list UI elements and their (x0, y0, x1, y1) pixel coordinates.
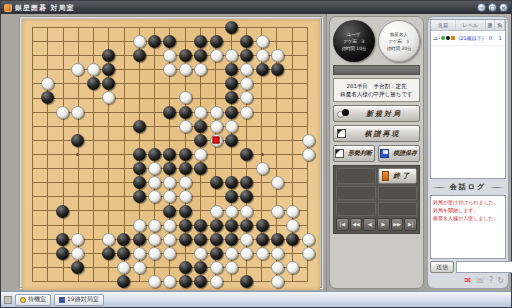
board-point[interactable] (85, 190, 100, 204)
board-point[interactable] (85, 261, 100, 275)
board-point[interactable] (39, 119, 54, 133)
board-point[interactable] (239, 48, 254, 62)
board-point[interactable] (55, 48, 70, 62)
board-point[interactable] (270, 62, 285, 76)
board-point[interactable] (193, 34, 208, 48)
board-point[interactable] (116, 162, 131, 176)
board-point[interactable] (270, 232, 285, 246)
board-point[interactable] (239, 91, 254, 105)
board-point[interactable] (116, 20, 131, 34)
board-point[interactable] (24, 176, 39, 190)
board-point[interactable] (116, 247, 131, 261)
board-point[interactable] (85, 77, 100, 91)
board-point[interactable] (208, 218, 223, 232)
board-point[interactable] (270, 176, 285, 190)
board-point[interactable] (85, 232, 100, 246)
board-point[interactable] (55, 176, 70, 190)
board-point[interactable] (132, 133, 147, 147)
board-point[interactable] (162, 20, 177, 34)
board-point[interactable] (132, 275, 147, 289)
board-point[interactable] (255, 190, 270, 204)
board-point[interactable] (193, 176, 208, 190)
board-point[interactable] (70, 162, 85, 176)
board-point[interactable] (132, 204, 147, 218)
board-point[interactable] (193, 275, 208, 289)
board-point[interactable] (208, 20, 223, 34)
board-point[interactable] (270, 190, 285, 204)
board-point[interactable] (24, 133, 39, 147)
board-point[interactable] (24, 48, 39, 62)
tab-game-room[interactable]: C 19路対局室 (54, 294, 104, 306)
board-point[interactable] (193, 119, 208, 133)
board-point[interactable] (39, 91, 54, 105)
board-point[interactable] (255, 48, 270, 62)
board-point[interactable] (255, 20, 270, 34)
board-point[interactable] (224, 20, 239, 34)
board-point[interactable] (162, 48, 177, 62)
help-icon[interactable]: ? (489, 276, 493, 285)
board-point[interactable] (55, 105, 70, 119)
board-point[interactable] (255, 133, 270, 147)
board-point[interactable] (55, 77, 70, 91)
board-point[interactable] (39, 204, 54, 218)
board-point[interactable] (270, 20, 285, 34)
replay-button[interactable]: 棋譜再現 (333, 125, 420, 142)
board-point[interactable] (132, 77, 147, 91)
board-point[interactable] (116, 275, 131, 289)
board-point[interactable] (255, 105, 270, 119)
board-point[interactable] (301, 190, 316, 204)
board-point[interactable] (178, 133, 193, 147)
board-point[interactable] (239, 119, 254, 133)
board-point[interactable] (24, 218, 39, 232)
board-point[interactable] (39, 20, 54, 34)
board-point[interactable] (147, 105, 162, 119)
board-point[interactable] (224, 247, 239, 261)
board-point[interactable] (178, 247, 193, 261)
board-point[interactable] (132, 105, 147, 119)
board-point[interactable] (55, 232, 70, 246)
board-point[interactable] (132, 20, 147, 34)
board-point[interactable] (162, 190, 177, 204)
board-point[interactable] (101, 91, 116, 105)
board-point[interactable] (301, 119, 316, 133)
board-point[interactable] (224, 204, 239, 218)
board-point[interactable] (39, 48, 54, 62)
board-point[interactable] (224, 218, 239, 232)
board-point[interactable] (147, 20, 162, 34)
board-point[interactable] (193, 77, 208, 91)
board-point[interactable] (255, 91, 270, 105)
board-point[interactable] (239, 232, 254, 246)
board-point[interactable] (39, 133, 54, 147)
board-point[interactable] (147, 190, 162, 204)
board-point[interactable] (255, 62, 270, 76)
board-point[interactable] (70, 176, 85, 190)
board-point[interactable] (239, 190, 254, 204)
board-point[interactable] (116, 204, 131, 218)
board-point[interactable] (85, 91, 100, 105)
board-point[interactable] (301, 147, 316, 161)
board-point[interactable] (70, 20, 85, 34)
board-point[interactable] (55, 34, 70, 48)
board-point[interactable] (193, 20, 208, 34)
board-point[interactable] (39, 247, 54, 261)
board-point[interactable] (178, 48, 193, 62)
judge-button[interactable]: 形勢判断 (333, 145, 375, 162)
board-point[interactable] (85, 275, 100, 289)
board-point[interactable] (224, 190, 239, 204)
board-point[interactable] (116, 190, 131, 204)
board-point[interactable] (147, 62, 162, 76)
board-point[interactable] (255, 204, 270, 218)
board-point[interactable] (301, 20, 316, 34)
nav-arrow-button-2[interactable]: ◀ (363, 218, 376, 231)
board-point[interactable] (55, 190, 70, 204)
nav-arrow-button-5[interactable]: ▶| (404, 218, 417, 231)
board-point[interactable] (224, 77, 239, 91)
board-point[interactable] (270, 261, 285, 275)
board-point[interactable] (85, 147, 100, 161)
board-point[interactable] (208, 77, 223, 91)
roster-row[interactable]: ユーザ (21級以下) 0 1 (431, 31, 505, 46)
board-point[interactable] (178, 20, 193, 34)
board-point[interactable] (255, 261, 270, 275)
board-point[interactable] (70, 204, 85, 218)
board-point[interactable] (132, 48, 147, 62)
board-point[interactable] (178, 275, 193, 289)
board-point[interactable] (147, 247, 162, 261)
board-point[interactable] (85, 218, 100, 232)
board-point[interactable] (285, 218, 300, 232)
board-point[interactable] (193, 190, 208, 204)
board-point[interactable] (255, 162, 270, 176)
minimize-button[interactable]: ─ (477, 3, 486, 12)
board-point[interactable] (55, 218, 70, 232)
board-point[interactable] (162, 261, 177, 275)
board-point[interactable] (162, 147, 177, 161)
board-point[interactable] (55, 147, 70, 161)
board-point[interactable] (162, 105, 177, 119)
board-point[interactable] (178, 176, 193, 190)
board-point[interactable] (39, 275, 54, 289)
board-point[interactable] (39, 77, 54, 91)
board-point[interactable] (208, 105, 223, 119)
board-point[interactable] (85, 162, 100, 176)
board-point[interactable] (162, 247, 177, 261)
board-point[interactable] (101, 275, 116, 289)
board-point[interactable] (285, 62, 300, 76)
board-point[interactable] (55, 91, 70, 105)
board-point[interactable] (285, 119, 300, 133)
board-point[interactable] (301, 105, 316, 119)
board-point[interactable] (132, 162, 147, 176)
board-point[interactable] (24, 147, 39, 161)
board-point[interactable] (301, 247, 316, 261)
new-game-button[interactable]: 新規対局 (333, 105, 420, 122)
board-point[interactable] (208, 275, 223, 289)
board-point[interactable] (101, 34, 116, 48)
board-point[interactable] (255, 147, 270, 161)
board-point[interactable] (147, 261, 162, 275)
board-point[interactable] (147, 204, 162, 218)
board-point[interactable] (147, 147, 162, 161)
board-point[interactable] (208, 247, 223, 261)
nav-arrow-button-0[interactable]: |◀ (336, 218, 349, 231)
board-point[interactable] (39, 34, 54, 48)
board-point[interactable] (301, 62, 316, 76)
board-point[interactable] (132, 34, 147, 48)
board-point[interactable] (24, 62, 39, 76)
board-point[interactable] (147, 133, 162, 147)
board-point[interactable] (178, 204, 193, 218)
board-point[interactable] (24, 20, 39, 34)
board-point[interactable] (85, 20, 100, 34)
board-point[interactable] (24, 232, 39, 246)
board-point[interactable] (301, 77, 316, 91)
board-point[interactable] (224, 147, 239, 161)
board-point[interactable] (224, 275, 239, 289)
board-point[interactable] (270, 105, 285, 119)
board-point[interactable] (132, 147, 147, 161)
board-point[interactable] (70, 105, 85, 119)
board-point[interactable] (255, 119, 270, 133)
board-point[interactable] (39, 62, 54, 76)
board-point[interactable] (301, 204, 316, 218)
board-point[interactable] (132, 62, 147, 76)
board-point[interactable] (147, 48, 162, 62)
board-point[interactable] (55, 62, 70, 76)
board-point[interactable] (85, 176, 100, 190)
board-point[interactable] (132, 247, 147, 261)
board-point[interactable] (162, 218, 177, 232)
board-point[interactable] (147, 176, 162, 190)
board-point[interactable] (162, 119, 177, 133)
board-point[interactable] (162, 162, 177, 176)
board-point[interactable] (224, 48, 239, 62)
board-point[interactable] (255, 176, 270, 190)
board-point[interactable] (116, 261, 131, 275)
board-point[interactable] (39, 162, 54, 176)
board-point[interactable] (239, 162, 254, 176)
board-point[interactable] (101, 119, 116, 133)
board-point[interactable] (239, 204, 254, 218)
board-point[interactable] (239, 20, 254, 34)
board-point[interactable] (147, 218, 162, 232)
board-point[interactable] (101, 20, 116, 34)
board-point[interactable] (116, 147, 131, 161)
board-point[interactable] (24, 162, 39, 176)
board-point[interactable] (39, 176, 54, 190)
board-point[interactable] (147, 232, 162, 246)
board-point[interactable] (208, 232, 223, 246)
board-point[interactable] (301, 176, 316, 190)
board-point[interactable] (132, 176, 147, 190)
board-point[interactable] (24, 119, 39, 133)
board-point[interactable] (116, 119, 131, 133)
board-point[interactable] (270, 77, 285, 91)
board-point[interactable] (162, 62, 177, 76)
board-point[interactable] (132, 232, 147, 246)
board-point[interactable] (70, 275, 85, 289)
board-point[interactable] (101, 232, 116, 246)
board-point[interactable] (70, 247, 85, 261)
board-point[interactable] (116, 218, 131, 232)
board-point[interactable] (239, 247, 254, 261)
board-point[interactable] (301, 162, 316, 176)
board-point[interactable] (239, 218, 254, 232)
board-point[interactable] (116, 105, 131, 119)
board-point[interactable] (208, 176, 223, 190)
board-point[interactable] (162, 91, 177, 105)
board-point[interactable] (285, 48, 300, 62)
board-point[interactable] (132, 119, 147, 133)
board-point[interactable] (70, 147, 85, 161)
board-point[interactable] (285, 247, 300, 261)
board-point[interactable] (132, 218, 147, 232)
save-record-button[interactable]: 棋譜保存 (378, 145, 420, 162)
board-point[interactable] (193, 204, 208, 218)
board-point[interactable] (193, 48, 208, 62)
board-point[interactable] (101, 77, 116, 91)
board-point[interactable] (70, 48, 85, 62)
board-point[interactable] (178, 62, 193, 76)
board-point[interactable] (24, 34, 39, 48)
board-point[interactable] (224, 119, 239, 133)
nav-arrow-button-4[interactable]: ▶▶ (391, 218, 404, 231)
board-point[interactable] (132, 190, 147, 204)
board-point[interactable] (285, 20, 300, 34)
board-point[interactable] (255, 218, 270, 232)
board-point[interactable] (193, 261, 208, 275)
quit-button[interactable]: 終了 (378, 168, 418, 184)
board-point[interactable] (285, 204, 300, 218)
board-point[interactable] (224, 176, 239, 190)
board-point[interactable] (224, 133, 239, 147)
nav-arrow-button-1[interactable]: ◀◀ (350, 218, 363, 231)
board-point[interactable] (85, 247, 100, 261)
board-point[interactable] (132, 91, 147, 105)
board-point[interactable] (239, 77, 254, 91)
board-point[interactable] (147, 77, 162, 91)
board-point[interactable] (270, 162, 285, 176)
board-point[interactable] (270, 218, 285, 232)
board-point[interactable] (301, 218, 316, 232)
board-point[interactable] (224, 261, 239, 275)
board-point[interactable] (193, 162, 208, 176)
board-point[interactable] (193, 218, 208, 232)
board-point[interactable] (193, 147, 208, 161)
board-point[interactable] (224, 62, 239, 76)
board-point[interactable] (178, 119, 193, 133)
board-point[interactable] (285, 275, 300, 289)
board-point[interactable] (162, 133, 177, 147)
board-point[interactable] (208, 34, 223, 48)
board-point[interactable] (24, 77, 39, 91)
board-point[interactable] (255, 232, 270, 246)
board-point[interactable] (208, 133, 223, 147)
board-point[interactable] (208, 119, 223, 133)
board-point[interactable] (239, 147, 254, 161)
board-point[interactable] (85, 48, 100, 62)
board-point[interactable] (193, 91, 208, 105)
board-point[interactable] (270, 204, 285, 218)
board-point[interactable] (85, 204, 100, 218)
board-point[interactable] (208, 190, 223, 204)
board-point[interactable] (70, 232, 85, 246)
board-point[interactable] (162, 232, 177, 246)
board-point[interactable] (24, 190, 39, 204)
board-point[interactable] (193, 105, 208, 119)
board-point[interactable] (285, 133, 300, 147)
board-point[interactable] (101, 176, 116, 190)
board-point[interactable] (162, 275, 177, 289)
board-point[interactable] (285, 77, 300, 91)
board-point[interactable] (70, 119, 85, 133)
board-point[interactable] (162, 204, 177, 218)
board-point[interactable] (85, 133, 100, 147)
board-point[interactable] (193, 247, 208, 261)
board-point[interactable] (270, 34, 285, 48)
board-point[interactable] (270, 147, 285, 161)
board-point[interactable] (39, 218, 54, 232)
board-point[interactable] (178, 91, 193, 105)
board-point[interactable] (147, 275, 162, 289)
board-point[interactable] (224, 232, 239, 246)
board-point[interactable] (55, 133, 70, 147)
board-point[interactable] (208, 261, 223, 275)
board-point[interactable] (178, 232, 193, 246)
board-point[interactable] (101, 62, 116, 76)
board-point[interactable] (208, 147, 223, 161)
board-point[interactable] (132, 261, 147, 275)
board-point[interactable] (85, 119, 100, 133)
tab-waiting-room[interactable]: 待機室 (15, 294, 51, 306)
board-point[interactable] (285, 105, 300, 119)
board-point[interactable] (101, 247, 116, 261)
board-point[interactable] (70, 218, 85, 232)
board-point[interactable] (101, 218, 116, 232)
board-point[interactable] (255, 247, 270, 261)
board-point[interactable] (70, 62, 85, 76)
board-point[interactable] (285, 147, 300, 161)
board-point[interactable] (70, 91, 85, 105)
board-point[interactable] (116, 62, 131, 76)
close-button[interactable]: × (499, 3, 508, 12)
chat-input[interactable] (456, 261, 512, 273)
board-point[interactable] (101, 190, 116, 204)
board-point[interactable] (178, 162, 193, 176)
go-board[interactable] (22, 19, 320, 290)
board-point[interactable] (101, 204, 116, 218)
board-point[interactable] (85, 105, 100, 119)
board-point[interactable] (178, 261, 193, 275)
board-point[interactable] (270, 247, 285, 261)
board-point[interactable] (147, 34, 162, 48)
board-point[interactable] (224, 162, 239, 176)
board-point[interactable] (101, 105, 116, 119)
board-point[interactable] (193, 232, 208, 246)
board-point[interactable] (85, 34, 100, 48)
board-point[interactable] (24, 204, 39, 218)
board-point[interactable] (178, 190, 193, 204)
board-point[interactable] (301, 48, 316, 62)
board-point[interactable] (85, 62, 100, 76)
board-point[interactable] (24, 91, 39, 105)
board-point[interactable] (39, 105, 54, 119)
board-point[interactable] (24, 275, 39, 289)
board-point[interactable] (162, 34, 177, 48)
